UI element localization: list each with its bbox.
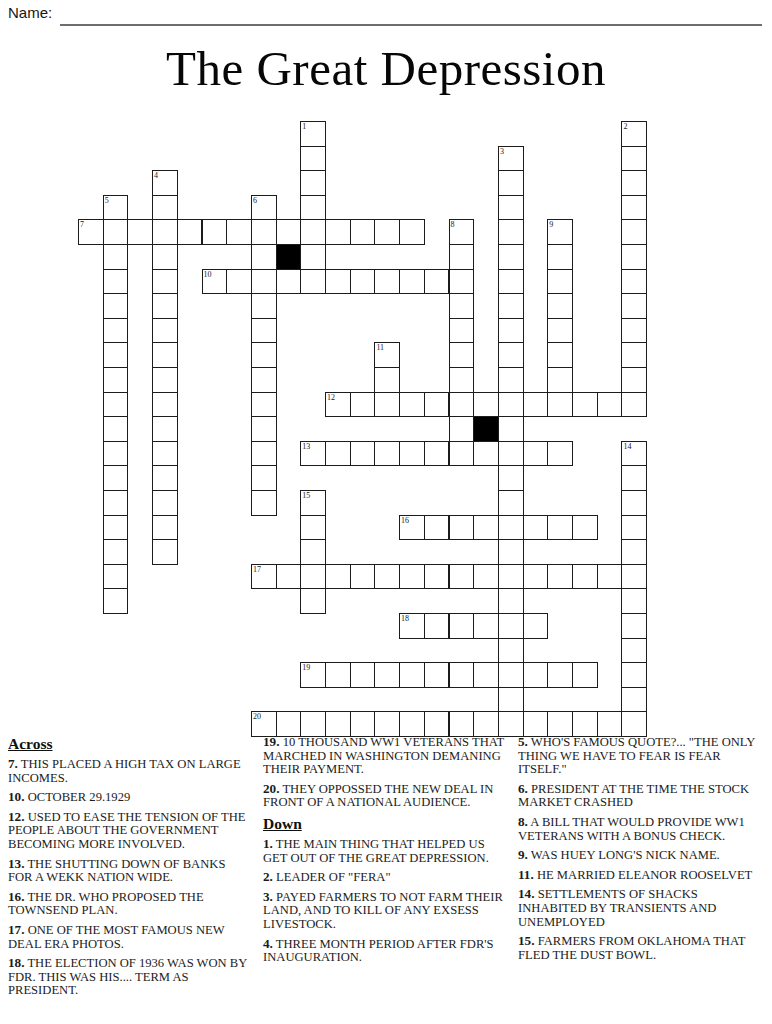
grid-cell[interactable]	[374, 392, 400, 418]
grid-cell[interactable]	[152, 318, 178, 344]
clue-number-label: 4.	[263, 936, 273, 951]
clue-number: 5	[105, 196, 109, 205]
grid-cell[interactable]: 19	[300, 662, 326, 688]
grid-cell[interactable]	[621, 195, 647, 221]
grid-cell[interactable]	[152, 441, 178, 467]
clue-number-label: 17.	[8, 922, 24, 937]
clue-down-14: 14. SETTLEMENTS OF SHACKS INHABITED BY T…	[518, 887, 768, 929]
grid-cell[interactable]	[621, 490, 647, 516]
clue-number-label: 19.	[263, 734, 279, 749]
grid-cell[interactable]	[498, 564, 524, 590]
grid-cell[interactable]	[103, 416, 129, 442]
grid-cell[interactable]	[449, 711, 475, 737]
grid-cell[interactable]	[300, 195, 326, 221]
grid-cell[interactable]	[251, 465, 277, 491]
clue-across-18: 18. THE ELECTION OF 1936 WAS WON BY FDR.…	[8, 956, 251, 998]
grid-cell[interactable]	[473, 711, 499, 737]
grid-cell[interactable]	[226, 219, 252, 245]
grid-cell[interactable]	[300, 244, 326, 270]
grid-cell[interactable]	[152, 416, 178, 442]
clue-number: 12	[327, 393, 335, 402]
clue-down-2: 2. LEADER OF "FERA"	[263, 870, 508, 885]
grid-cell[interactable]	[251, 219, 277, 245]
grid-cell[interactable]	[621, 367, 647, 393]
grid-cell[interactable]	[597, 564, 623, 590]
grid-cell[interactable]	[424, 269, 450, 295]
grid-cell[interactable]	[152, 293, 178, 319]
grid-cell[interactable]	[473, 662, 499, 688]
grid-cell[interactable]	[152, 392, 178, 418]
clue-down-11: 11. HE MARRIED ELEANOR ROOSELVET	[518, 868, 768, 883]
grid-cell[interactable]	[103, 465, 129, 491]
grid-cell[interactable]	[498, 687, 524, 713]
grid-cell[interactable]	[103, 392, 129, 418]
black-cell	[276, 244, 302, 270]
grid-cell[interactable]	[103, 244, 129, 270]
grid-cell[interactable]	[621, 662, 647, 688]
grid-cell[interactable]	[325, 711, 351, 737]
grid-cell[interactable]	[498, 465, 524, 491]
grid-cell[interactable]	[547, 367, 573, 393]
grid-cell[interactable]	[498, 269, 524, 295]
grid-cell[interactable]	[498, 392, 524, 418]
grid-cell[interactable]	[103, 318, 129, 344]
grid-cell[interactable]	[374, 269, 400, 295]
grid-cell[interactable]	[621, 564, 647, 590]
grid-cell[interactable]	[399, 219, 425, 245]
clue-number: 2	[623, 122, 627, 131]
grid-cell[interactable]	[251, 244, 277, 270]
black-cell	[473, 416, 499, 442]
clue-number-label: 8.	[518, 814, 528, 829]
grid-cell[interactable]	[621, 318, 647, 344]
grid-cell[interactable]	[621, 146, 647, 172]
grid-cell[interactable]	[498, 244, 524, 270]
grid-cell[interactable]	[152, 244, 178, 270]
grid-cell[interactable]	[547, 515, 573, 541]
clue-number: 3	[500, 147, 504, 156]
grid-cell[interactable]	[449, 293, 475, 319]
clue-down-8: 8. A BILL THAT WOULD PROVIDE WW1 VETERAN…	[518, 815, 768, 843]
grid-cell[interactable]	[300, 269, 326, 295]
clue-number: 18	[401, 614, 409, 623]
grid-cell[interactable]	[424, 662, 450, 688]
grid-cell[interactable]	[547, 441, 573, 467]
grid-cell[interactable]	[350, 441, 376, 467]
grid-cell[interactable]: 11	[374, 342, 400, 368]
grid-cell[interactable]	[523, 392, 549, 418]
grid-cell[interactable]	[449, 416, 475, 442]
grid-cell[interactable]	[399, 392, 425, 418]
grid-cell[interactable]	[399, 711, 425, 737]
grid-cell[interactable]	[424, 392, 450, 418]
clue-number: 15	[302, 491, 310, 500]
grid-cell[interactable]	[226, 269, 252, 295]
grid-cell[interactable]	[300, 515, 326, 541]
clue-across-17: 17. ONE OF THE MOST FAMOUS NEW DEAL ERA …	[8, 923, 251, 951]
grid-cell[interactable]	[547, 711, 573, 737]
grid-cell[interactable]	[103, 490, 129, 516]
grid-cell[interactable]	[498, 490, 524, 516]
grid-cell[interactable]	[498, 441, 524, 467]
grid-cell[interactable]	[498, 416, 524, 442]
grid-cell[interactable]	[251, 392, 277, 418]
clue-number-label: 5.	[518, 734, 528, 749]
grid-cell[interactable]: 17	[251, 564, 277, 590]
grid-cell[interactable]	[374, 367, 400, 393]
grid-cell[interactable]	[399, 269, 425, 295]
clue-number-label: 14.	[518, 886, 534, 901]
grid-cell[interactable]	[251, 416, 277, 442]
grid-cell[interactable]	[103, 441, 129, 467]
grid-cell[interactable]	[547, 392, 573, 418]
grid-cell[interactable]: 18	[399, 613, 425, 639]
grid-cell[interactable]: 8	[449, 219, 475, 245]
clue-number-label: 7.	[8, 756, 18, 771]
clue-number-label: 18.	[8, 955, 24, 970]
grid-cell[interactable]	[498, 539, 524, 565]
clue-across-7: 7. THIS PLACED A HIGH TAX ON LARGE INCOM…	[8, 757, 251, 785]
name-row: Name:	[8, 4, 764, 26]
clue-number: 11	[376, 343, 384, 352]
grid-cell[interactable]	[152, 465, 178, 491]
grid-cell[interactable]	[621, 244, 647, 270]
clue-down-1: 1. THE MAIN THING THAT HELPED US GET OUT…	[263, 837, 508, 865]
grid-cell[interactable]	[251, 293, 277, 319]
grid-cell[interactable]	[152, 490, 178, 516]
clue-column-3: 5. WHO'S FAMOUS QUOTE?... "THE ONLY THIN…	[518, 735, 768, 967]
grid-cell[interactable]	[523, 441, 549, 467]
clue-number-label: 10.	[8, 789, 24, 804]
grid-cell[interactable]	[572, 515, 598, 541]
grid-cell[interactable]	[103, 342, 129, 368]
clue-number-label: 6.	[518, 781, 528, 796]
grid-cell[interactable]	[300, 711, 326, 737]
name-label: Name:	[8, 4, 52, 21]
clue-number-label: 11.	[518, 867, 534, 882]
grid-cell[interactable]	[399, 441, 425, 467]
grid-cell[interactable]	[473, 441, 499, 467]
grid-cell[interactable]	[547, 318, 573, 344]
clue-number: 13	[302, 442, 310, 451]
clue-number: 9	[549, 220, 553, 229]
grid-cell[interactable]	[127, 219, 153, 245]
grid-cell[interactable]	[350, 711, 376, 737]
clue-down-5: 5. WHO'S FAMOUS QUOTE?... "THE ONLY THIN…	[518, 735, 768, 777]
grid-cell[interactable]	[523, 662, 549, 688]
grid-cell[interactable]	[473, 515, 499, 541]
grid-cell[interactable]	[152, 269, 178, 295]
grid-cell[interactable]	[621, 638, 647, 664]
grid-cell[interactable]	[449, 318, 475, 344]
grid-cell[interactable]: 9	[547, 219, 573, 245]
grid-cell[interactable]	[621, 170, 647, 196]
grid-cell[interactable]	[498, 219, 524, 245]
grid-cell[interactable]: 13	[300, 441, 326, 467]
grid-cell[interactable]	[300, 170, 326, 196]
clue-number-label: 13.	[8, 856, 24, 871]
grid-cell[interactable]	[547, 269, 573, 295]
grid-cell[interactable]	[523, 564, 549, 590]
clue-number: 1	[302, 122, 306, 131]
clue-across-19: 19. 10 THOUSAND WW1 VETERANS THAT MARCHE…	[263, 735, 508, 777]
grid-cell[interactable]	[399, 564, 425, 590]
grid-cell[interactable]	[473, 613, 499, 639]
grid-cell[interactable]	[374, 711, 400, 737]
grid-cell[interactable]	[300, 588, 326, 614]
grid-cell[interactable]	[103, 588, 129, 614]
grid-cell[interactable]	[276, 564, 302, 590]
grid-cell[interactable]	[202, 219, 228, 245]
grid-cell[interactable]	[374, 441, 400, 467]
down-header: Down	[263, 815, 508, 832]
grid-cell[interactable]	[597, 711, 623, 737]
clue-down-15: 15. FARMERS FROM OKLAHOMA THAT FLED THE …	[518, 934, 768, 962]
grid-cell[interactable]	[177, 219, 203, 245]
grid-cell[interactable]	[103, 515, 129, 541]
clue-number: 7	[80, 220, 84, 229]
grid-cell[interactable]	[152, 219, 178, 245]
clue-down-9: 9. WAS HUEY LONG'S NICK NAME.	[518, 848, 768, 863]
grid-cell[interactable]	[547, 244, 573, 270]
grid-cell[interactable]	[449, 613, 475, 639]
grid-cell[interactable]	[449, 662, 475, 688]
grid-cell[interactable]	[374, 662, 400, 688]
clue-number: 4	[154, 171, 158, 180]
grid-cell[interactable]	[103, 539, 129, 565]
clue-across-20: 20. THEY OPPOSSED THE NEW DEAL IN FRONT …	[263, 782, 508, 810]
crossword-grid: 1234567891011121314151617181920	[78, 121, 647, 737]
grid-cell[interactable]	[498, 342, 524, 368]
grid-cell[interactable]	[350, 662, 376, 688]
grid-cell[interactable]	[621, 687, 647, 713]
clue-number: 17	[253, 565, 261, 574]
grid-cell[interactable]	[621, 588, 647, 614]
grid-cell[interactable]	[103, 219, 129, 245]
grid-cell[interactable]	[449, 367, 475, 393]
grid-cell[interactable]	[350, 392, 376, 418]
grid-cell[interactable]: 7	[78, 219, 104, 245]
grid-cell[interactable]	[276, 269, 302, 295]
grid-cell[interactable]	[350, 269, 376, 295]
grid-cell[interactable]	[300, 539, 326, 565]
grid-cell[interactable]	[103, 293, 129, 319]
grid-cell[interactable]	[572, 392, 598, 418]
grid-cell[interactable]	[325, 441, 351, 467]
grid-cell[interactable]	[449, 342, 475, 368]
grid-cell[interactable]	[152, 515, 178, 541]
grid-cell[interactable]: 10	[202, 269, 228, 295]
grid-cell[interactable]	[621, 392, 647, 418]
grid-cell[interactable]	[523, 613, 549, 639]
grid-cell[interactable]	[325, 662, 351, 688]
grid-cell[interactable]: 12	[325, 392, 351, 418]
grid-cell[interactable]	[621, 293, 647, 319]
grid-cell[interactable]	[374, 564, 400, 590]
grid-cell[interactable]	[424, 613, 450, 639]
clue-number-label: 12.	[8, 809, 24, 824]
grid-cell[interactable]: 1	[300, 121, 326, 147]
grid-cell[interactable]	[572, 711, 598, 737]
grid-cell[interactable]: 6	[251, 195, 277, 221]
grid-cell[interactable]	[597, 392, 623, 418]
clue-number: 14	[623, 442, 631, 451]
grid-cell[interactable]	[152, 195, 178, 221]
grid-cell[interactable]	[498, 293, 524, 319]
grid-cell[interactable]	[325, 269, 351, 295]
grid-cell[interactable]	[251, 318, 277, 344]
clue-number: 19	[302, 663, 310, 672]
grid-cell[interactable]	[325, 219, 351, 245]
grid-cell[interactable]	[621, 219, 647, 245]
clue-number-label: 16.	[8, 889, 24, 904]
grid-cell[interactable]	[399, 662, 425, 688]
grid-cell[interactable]	[374, 219, 400, 245]
clue-number: 6	[253, 196, 257, 205]
grid-cell[interactable]	[251, 367, 277, 393]
grid-cell[interactable]	[498, 195, 524, 221]
grid-cell[interactable]	[449, 392, 475, 418]
grid-cell[interactable]	[251, 269, 277, 295]
grid-cell[interactable]	[300, 146, 326, 172]
grid-cell[interactable]	[498, 367, 524, 393]
grid-cell[interactable]	[523, 515, 549, 541]
grid-cell[interactable]	[103, 367, 129, 393]
grid-cell[interactable]	[498, 318, 524, 344]
grid-cell[interactable]	[621, 269, 647, 295]
grid-cell[interactable]: 16	[399, 515, 425, 541]
grid-cell[interactable]	[547, 342, 573, 368]
grid-cell[interactable]	[621, 711, 647, 737]
name-input-line[interactable]	[60, 24, 762, 26]
grid-cell[interactable]	[103, 564, 129, 590]
grid-cell[interactable]	[572, 564, 598, 590]
grid-cell[interactable]	[300, 219, 326, 245]
grid-cell[interactable]: 15	[300, 490, 326, 516]
grid-cell[interactable]	[103, 269, 129, 295]
clue-across-10: 10. OCTOBER 29.1929	[8, 790, 251, 805]
grid-cell[interactable]	[152, 539, 178, 565]
grid-cell[interactable]	[350, 564, 376, 590]
grid-cell[interactable]	[251, 342, 277, 368]
grid-cell[interactable]: 5	[103, 195, 129, 221]
grid-cell[interactable]: 3	[498, 146, 524, 172]
grid-cell[interactable]	[572, 662, 598, 688]
grid-cell[interactable]	[473, 564, 499, 590]
grid-cell[interactable]	[424, 515, 450, 541]
grid-cell[interactable]	[498, 638, 524, 664]
clue-down-3: 3. PAYED FARMERS TO NOT FARM THEIR LAND,…	[263, 890, 508, 932]
grid-cell[interactable]	[498, 170, 524, 196]
grid-cell[interactable]	[473, 392, 499, 418]
clue-column-2: 19. 10 THOUSAND WW1 VETERANS THAT MARCHE…	[263, 735, 508, 970]
grid-cell[interactable]	[547, 293, 573, 319]
grid-cell[interactable]	[152, 367, 178, 393]
grid-cell[interactable]	[547, 564, 573, 590]
clue-column-1: Across7. THIS PLACED A HIGH TAX ON LARGE…	[8, 735, 251, 1003]
grid-cell[interactable]	[424, 711, 450, 737]
grid-cell[interactable]	[325, 564, 351, 590]
grid-cell[interactable]	[276, 219, 302, 245]
grid-cell[interactable]	[449, 441, 475, 467]
clue-number-label: 9.	[518, 847, 528, 862]
grid-cell[interactable]	[350, 219, 376, 245]
grid-cell[interactable]	[449, 244, 475, 270]
grid-cell[interactable]	[498, 588, 524, 614]
across-header: Across	[8, 735, 251, 752]
grid-cell[interactable]	[449, 515, 475, 541]
grid-cell[interactable]	[449, 564, 475, 590]
grid-cell[interactable]	[300, 564, 326, 590]
grid-cell[interactable]	[424, 564, 450, 590]
clue-number-label: 2.	[263, 869, 273, 884]
clue-number-label: 15.	[518, 933, 534, 948]
grid-cell[interactable]	[498, 613, 524, 639]
grid-cell[interactable]: 2	[621, 121, 647, 147]
grid-cell[interactable]	[424, 441, 450, 467]
clue-number: 20	[253, 712, 261, 721]
page-title: The Great Depression	[0, 40, 772, 97]
clue-number: 16	[401, 516, 409, 525]
grid-cell[interactable]: 4	[152, 170, 178, 196]
clue-number: 8	[451, 220, 455, 229]
clue-down-4: 4. THREE MONTH PERIOD AFTER FDR'S INAUGU…	[263, 937, 508, 965]
grid-cell[interactable]	[621, 539, 647, 565]
clue-down-6: 6. PRESIDENT AT THE TIME THE STOCK MARKE…	[518, 782, 768, 810]
clue-number-label: 1.	[263, 836, 273, 851]
grid-cell[interactable]	[498, 662, 524, 688]
grid-cell[interactable]	[621, 613, 647, 639]
clue-number: 10	[204, 270, 212, 279]
grid-cell[interactable]	[251, 490, 277, 516]
grid-cell[interactable]	[621, 515, 647, 541]
grid-cell[interactable]	[449, 269, 475, 295]
grid-cell[interactable]	[621, 342, 647, 368]
clue-across-13: 13. THE SHUTTING DOWN OF BANKS FOR A WEK…	[8, 857, 251, 885]
clue-across-12: 12. USED TO EASE THE TENSION OF THE PEOP…	[8, 810, 251, 852]
grid-cell[interactable]	[251, 441, 277, 467]
grid-cell[interactable]: 14	[621, 441, 647, 467]
grid-cell[interactable]	[621, 465, 647, 491]
grid-cell[interactable]	[498, 515, 524, 541]
grid-cell[interactable]	[547, 662, 573, 688]
clue-across-16: 16. THE DR. WHO PROPOSED THE TOWNSEND PL…	[8, 890, 251, 918]
grid-cell[interactable]	[152, 342, 178, 368]
clue-number-label: 20.	[263, 781, 279, 796]
clue-number-label: 3.	[263, 889, 273, 904]
